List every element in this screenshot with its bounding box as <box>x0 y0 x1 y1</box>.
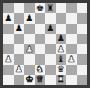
square-e4[interactable] <box>45 44 56 54</box>
square-h1[interactable] <box>77 75 88 85</box>
square-g5[interactable] <box>66 34 77 44</box>
square-d8[interactable]: ♚ <box>35 3 46 13</box>
square-g2[interactable] <box>66 65 77 75</box>
square-g4[interactable] <box>66 44 77 54</box>
piece-black-pawn: ♟ <box>57 34 65 43</box>
piece-black-pawn: ♟ <box>25 13 33 22</box>
square-f6[interactable] <box>56 24 67 34</box>
square-b1[interactable] <box>14 75 25 85</box>
square-a3[interactable]: ♟ <box>3 54 14 64</box>
square-e5[interactable] <box>45 34 56 44</box>
square-c4[interactable]: ♟ <box>24 44 35 54</box>
square-e8[interactable]: ♜ <box>45 3 56 13</box>
square-a7[interactable]: ♟ <box>3 13 14 23</box>
piece-white-king: ♚ <box>25 75 33 84</box>
square-h8[interactable] <box>77 3 88 13</box>
piece-white-pawn: ♟ <box>57 44 65 53</box>
square-a5[interactable] <box>3 34 14 44</box>
piece-black-bishop: ♝ <box>57 54 65 63</box>
square-a6[interactable] <box>3 24 14 34</box>
piece-black-king: ♚ <box>36 3 44 12</box>
square-f2[interactable]: ♛ <box>56 65 67 75</box>
square-f4[interactable]: ♟ <box>56 44 67 54</box>
piece-white-pawn: ♟ <box>15 65 23 74</box>
square-e3[interactable] <box>45 54 56 64</box>
square-e2[interactable] <box>45 65 56 75</box>
square-d3[interactable] <box>35 54 46 64</box>
piece-white-pawn: ♟ <box>67 54 75 63</box>
square-c6[interactable] <box>24 24 35 34</box>
piece-white-pawn: ♟ <box>25 44 33 53</box>
square-f5[interactable]: ♟ <box>56 34 67 44</box>
square-c3[interactable] <box>24 54 35 64</box>
square-b6[interactable]: ♟ <box>14 24 25 34</box>
square-e6[interactable]: ♟ <box>45 24 56 34</box>
square-b8[interactable] <box>14 3 25 13</box>
square-c2[interactable] <box>24 65 35 75</box>
piece-black-pawn: ♟ <box>46 24 54 33</box>
square-g1[interactable] <box>66 75 77 85</box>
piece-black-rook: ♜ <box>46 3 54 12</box>
square-c5[interactable] <box>24 34 35 44</box>
square-d7[interactable] <box>35 13 46 23</box>
piece-black-pawn: ♟ <box>15 24 23 33</box>
chess-board: ♚♜♟♟♟♟♟♟♟♟♝♟♟♞♛♚♛♜ <box>0 0 90 88</box>
square-g7[interactable] <box>66 13 77 23</box>
square-a4[interactable] <box>3 44 14 54</box>
square-h2[interactable] <box>77 65 88 75</box>
square-f1[interactable]: ♜ <box>56 75 67 85</box>
square-b5[interactable] <box>14 34 25 44</box>
square-b2[interactable]: ♟ <box>14 65 25 75</box>
square-f7[interactable] <box>56 13 67 23</box>
square-e1[interactable] <box>45 75 56 85</box>
piece-white-pawn: ♟ <box>4 54 12 63</box>
square-c7[interactable]: ♟ <box>24 13 35 23</box>
square-e7[interactable] <box>45 13 56 23</box>
square-b7[interactable] <box>14 13 25 23</box>
square-a8[interactable] <box>3 3 14 13</box>
square-d4[interactable] <box>35 44 46 54</box>
square-h3[interactable] <box>77 54 88 64</box>
chess-board-grid: ♚♜♟♟♟♟♟♟♟♟♝♟♟♞♛♚♛♜ <box>3 3 87 85</box>
piece-black-pawn: ♟ <box>4 13 12 22</box>
square-h4[interactable] <box>77 44 88 54</box>
piece-black-queen: ♛ <box>57 65 65 74</box>
piece-white-rook: ♜ <box>57 75 65 84</box>
square-g6[interactable] <box>66 24 77 34</box>
square-d5[interactable] <box>35 34 46 44</box>
square-a1[interactable] <box>3 75 14 85</box>
square-d1[interactable]: ♛ <box>35 75 46 85</box>
square-f8[interactable] <box>56 3 67 13</box>
square-b3[interactable] <box>14 54 25 64</box>
piece-white-knight: ♞ <box>36 65 44 74</box>
square-h5[interactable] <box>77 34 88 44</box>
square-h6[interactable] <box>77 24 88 34</box>
square-g8[interactable] <box>66 3 77 13</box>
square-d6[interactable] <box>35 24 46 34</box>
square-d2[interactable]: ♞ <box>35 65 46 75</box>
piece-white-queen: ♛ <box>36 75 44 84</box>
square-f3[interactable]: ♝ <box>56 54 67 64</box>
square-c1[interactable]: ♚ <box>24 75 35 85</box>
square-c8[interactable] <box>24 3 35 13</box>
square-a2[interactable] <box>3 65 14 75</box>
square-h7[interactable] <box>77 13 88 23</box>
square-b4[interactable] <box>14 44 25 54</box>
square-g3[interactable]: ♟ <box>66 54 77 64</box>
